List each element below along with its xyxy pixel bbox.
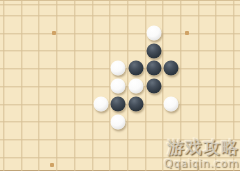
black-stone <box>129 96 144 111</box>
white-stone <box>111 114 126 129</box>
white-stone <box>146 26 161 41</box>
black-stone <box>146 43 161 58</box>
watermark: 游戏攻略 Qqaiqin.com <box>164 137 239 170</box>
star-point <box>50 163 54 167</box>
black-stone <box>146 79 161 94</box>
gomoku-board[interactable]: 游戏攻略 Qqaiqin.com <box>0 0 240 171</box>
black-stone <box>129 61 144 76</box>
star-point <box>185 31 189 35</box>
white-stone <box>111 61 126 76</box>
watermark-site-url: Qqaiqin.com <box>164 157 239 170</box>
white-stone <box>111 79 126 94</box>
black-stone <box>146 61 161 76</box>
white-stone <box>164 96 179 111</box>
star-point <box>52 31 56 35</box>
watermark-title: 游戏攻略 <box>164 137 239 157</box>
white-stone <box>129 79 144 94</box>
black-stone <box>164 61 179 76</box>
white-stone <box>93 96 108 111</box>
black-stone <box>111 96 126 111</box>
